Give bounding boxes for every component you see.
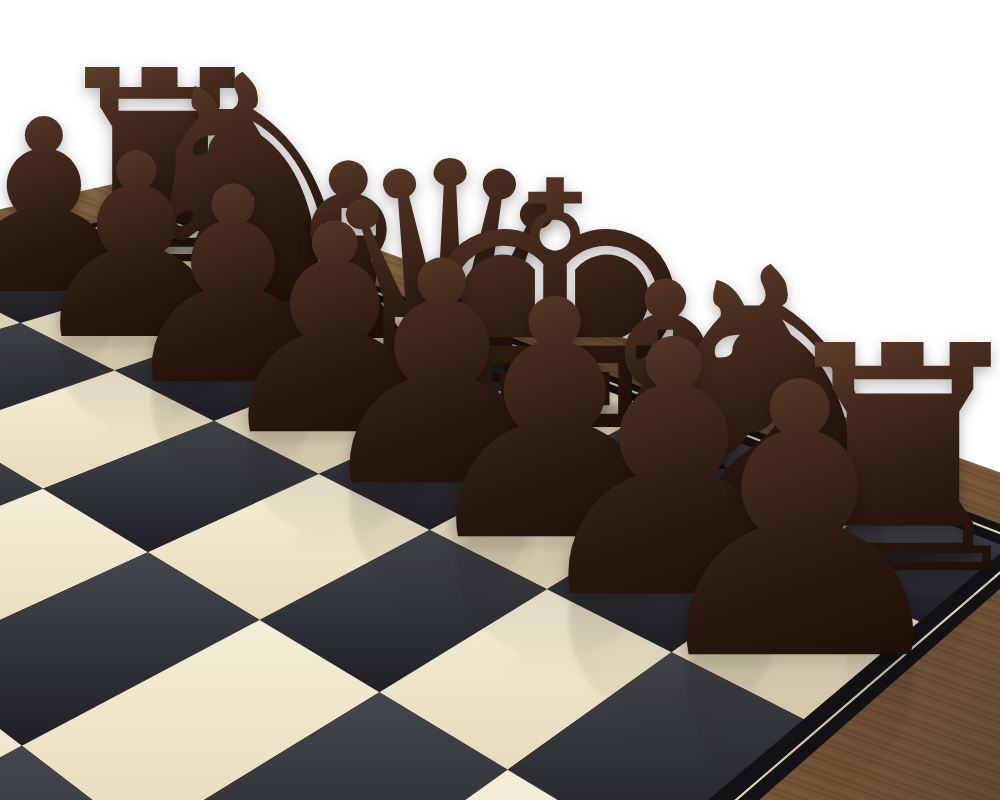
pawn-icon: ♟ [611, 334, 989, 712]
piece-h7-pawn[interactable]: ♟♟ [611, 334, 989, 731]
pieces-layer: ♜♜♟♟♞♞♟♟♝♝♛♛♟♟♚♚♟♟♝♝♟♟♞♞♟♟♜♜♟♟♟♟ [0, 0, 1000, 800]
chess-photo-stage: ♜♜♟♟♞♞♟♟♝♝♛♛♟♟♚♚♟♟♝♝♟♟♞♞♟♟♜♜♟♟♟♟ [0, 0, 1000, 800]
